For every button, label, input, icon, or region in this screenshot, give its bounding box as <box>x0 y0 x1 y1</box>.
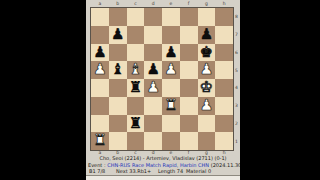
piece-white-pawn: ♟ <box>144 79 162 97</box>
piece-black-bishop: ♝ <box>109 61 127 79</box>
square-g5: ♟ <box>198 61 216 79</box>
square-c2: ♜ <box>127 115 145 133</box>
square-d4: ♟ <box>144 79 162 97</box>
square-f8 <box>180 8 198 26</box>
coord-label-e: e <box>162 0 180 8</box>
piece-black-rook: ♜ <box>127 79 145 97</box>
piece-white-rook: ♜ <box>91 132 109 150</box>
players-line: Cho, Seoi (2214) - Artemiev, Vladislav (… <box>87 155 239 161</box>
square-h4 <box>215 79 233 97</box>
left-letterbox <box>0 0 86 180</box>
square-b5: ♝ <box>109 61 127 79</box>
square-d8 <box>144 8 162 26</box>
square-a1: ♜ <box>91 132 109 150</box>
square-e6: ♟ <box>162 44 180 62</box>
square-f4 <box>180 79 198 97</box>
piece-black-pawn: ♟ <box>109 26 127 44</box>
square-h7 <box>215 26 233 44</box>
file-labels-top: abcdefgh <box>91 0 233 8</box>
square-a2 <box>91 115 109 133</box>
square-g2 <box>198 115 216 133</box>
square-b4 <box>109 79 127 97</box>
square-b8 <box>109 8 127 26</box>
piece-black-pawn: ♟ <box>198 26 216 44</box>
piece-black-king: ♚ <box>198 44 216 62</box>
square-d7 <box>144 26 162 44</box>
piece-white-rook: ♜ <box>162 97 180 115</box>
square-f6 <box>180 44 198 62</box>
coord-label-b: b <box>109 0 127 8</box>
square-b3 <box>109 97 127 115</box>
square-c7 <box>127 26 145 44</box>
square-e3: ♜ <box>162 97 180 115</box>
square-f3 <box>180 97 198 115</box>
coord-label-f: f <box>180 0 198 8</box>
square-a3 <box>91 97 109 115</box>
square-g4: ♚ <box>198 79 216 97</box>
square-f1 <box>180 132 198 150</box>
status-line: B1 7/8 Next 33.Rb1+ Length 74 Material 0 <box>87 168 239 175</box>
square-f2 <box>180 115 198 133</box>
square-e5: ♟ <box>162 61 180 79</box>
piece-black-pawn: ♟ <box>91 44 109 62</box>
square-h3 <box>215 97 233 115</box>
square-h2 <box>215 115 233 133</box>
square-d1 <box>144 132 162 150</box>
material-balance-label: Material 0 <box>186 168 211 174</box>
piece-black-pawn: ♟ <box>144 61 162 79</box>
square-h1 <box>215 132 233 150</box>
event-label: Event : <box>88 162 107 168</box>
board-game-counter: B1 7/8 <box>89 168 105 174</box>
event-link[interactable]: CHN-RUS Race Match Rapid, Harbin CHN <box>107 162 209 168</box>
square-d5: ♟ <box>144 61 162 79</box>
square-b6 <box>109 44 127 62</box>
square-d3 <box>144 97 162 115</box>
piece-white-pawn: ♟ <box>198 61 216 79</box>
square-c5: ♝ <box>127 61 145 79</box>
bottom-strip <box>86 176 240 180</box>
coord-label-a: a <box>91 0 109 8</box>
piece-white-pawn: ♟ <box>162 61 180 79</box>
coord-label-g: g <box>198 0 216 8</box>
square-c6 <box>127 44 145 62</box>
coord-label-d: d <box>144 0 162 8</box>
event-line: Event : CHN-RUS Race Match Rapid, Harbin… <box>87 162 240 168</box>
square-b7: ♟ <box>109 26 127 44</box>
piece-white-king: ♚ <box>198 79 216 97</box>
square-f5 <box>180 61 198 79</box>
right-letterbox <box>240 0 320 180</box>
square-g8 <box>198 8 216 26</box>
square-f7 <box>180 26 198 44</box>
square-c8 <box>127 8 145 26</box>
square-g6: ♚ <box>198 44 216 62</box>
square-a5: ♟ <box>91 61 109 79</box>
next-move-label: Next 33.Rb1+ <box>116 168 151 174</box>
square-d6 <box>144 44 162 62</box>
coord-label-h: h <box>215 0 233 8</box>
square-g3: ♟ <box>198 97 216 115</box>
piece-black-pawn: ♟ <box>162 44 180 62</box>
square-e8 <box>162 8 180 26</box>
square-g7: ♟ <box>198 26 216 44</box>
square-e7 <box>162 26 180 44</box>
square-c3 <box>127 97 145 115</box>
square-h6 <box>215 44 233 62</box>
square-b1 <box>109 132 127 150</box>
square-a8 <box>91 8 109 26</box>
square-a4 <box>91 79 109 97</box>
square-e2 <box>162 115 180 133</box>
square-a7 <box>91 26 109 44</box>
square-h8 <box>215 8 233 26</box>
square-g1 <box>198 132 216 150</box>
square-c1 <box>127 132 145 150</box>
game-length-label: Length 74 <box>158 168 183 174</box>
piece-white-bishop: ♝ <box>127 61 145 79</box>
square-d2 <box>144 115 162 133</box>
piece-black-rook: ♜ <box>127 115 145 133</box>
square-b2 <box>109 115 127 133</box>
chess-board: ♟♟♟♟♚♟♝♝♟♟♟♜♟♚♜♟♜♜ <box>91 8 233 150</box>
diagram-panel: abcdefgh ♟♟♟♟♚♟♝♝♟♟♟♜♟♚♜♟♜♜ 87654321 abc… <box>86 0 240 180</box>
event-details: (2024.11.30) Round 1.11 B22 <box>209 162 240 168</box>
square-c4: ♜ <box>127 79 145 97</box>
square-e1 <box>162 132 180 150</box>
square-h5 <box>215 61 233 79</box>
piece-white-pawn: ♟ <box>198 97 216 115</box>
piece-white-pawn: ♟ <box>91 61 109 79</box>
square-a6: ♟ <box>91 44 109 62</box>
square-e4 <box>162 79 180 97</box>
coord-label-c: c <box>127 0 145 8</box>
